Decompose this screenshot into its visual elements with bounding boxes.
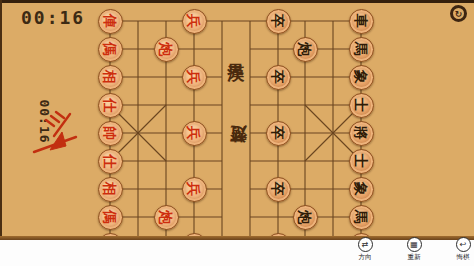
- piece-character: 相: [103, 182, 117, 196]
- flip-direction-button[interactable]: ⇄ 方向: [348, 237, 382, 262]
- piece-character: 仕: [103, 154, 117, 168]
- piece-black-horse[interactable]: 馬: [349, 205, 374, 230]
- piece-character: 卒: [271, 126, 285, 140]
- piece-black-horse[interactable]: 馬: [349, 37, 374, 62]
- piece-character: 車: [354, 14, 368, 28]
- piece-character: 炮: [298, 210, 312, 224]
- piece-character: 兵: [187, 182, 201, 196]
- piece-black-elephant[interactable]: 象: [349, 177, 374, 202]
- circular-arrow-icon: ↻: [455, 9, 463, 19]
- piece-character: 士: [354, 154, 368, 168]
- piece-black-advisor[interactable]: 士: [349, 149, 374, 174]
- piece-black-cannon[interactable]: 炮: [293, 37, 318, 62]
- piece-red-elephant[interactable]: 相: [98, 177, 123, 202]
- piece-red-soldier[interactable]: 兵: [182, 177, 207, 202]
- piece-red-cannon[interactable]: 炮: [154, 37, 179, 62]
- piece-red-soldier[interactable]: 兵: [182, 121, 207, 146]
- piece-character: 俥: [103, 14, 117, 28]
- piece-red-soldier[interactable]: 兵: [182, 9, 207, 34]
- hand-drawn-arrow-annotation: [26, 106, 86, 158]
- piece-character: 卒: [271, 182, 285, 196]
- piece-black-advisor[interactable]: 士: [349, 93, 374, 118]
- undo-move-label: 悔棋: [457, 253, 470, 262]
- swap-arrows-icon: ⇄: [362, 241, 369, 249]
- xiangqi-game-screen: 漢界 楚河 俥傌相仕帥仕相傌俥炮炮兵兵兵兵兵卒卒卒卒卒炮炮車馬象士將士象馬車 0…: [0, 0, 474, 266]
- piece-red-soldier[interactable]: 兵: [182, 65, 207, 90]
- restart-game-button[interactable]: ▦ 重新: [397, 237, 431, 262]
- piece-character: 傌: [103, 210, 117, 224]
- piece-character: 炮: [159, 210, 173, 224]
- piece-character: 相: [103, 70, 117, 84]
- timer-top-left: 00:16: [21, 7, 85, 28]
- piece-character: 馬: [354, 210, 368, 224]
- piece-character: 炮: [159, 42, 173, 56]
- piece-character: 傌: [103, 42, 117, 56]
- piece-black-soldier[interactable]: 卒: [266, 65, 291, 90]
- top-edge-border: [0, 0, 474, 3]
- piece-black-cannon[interactable]: 炮: [293, 205, 318, 230]
- piece-character: 象: [354, 182, 368, 196]
- piece-character: 士: [354, 98, 368, 112]
- piece-red-horse[interactable]: 傌: [98, 205, 123, 230]
- piece-character: 帥: [103, 126, 117, 140]
- piece-black-soldier[interactable]: 卒: [266, 177, 291, 202]
- piece-red-cannon[interactable]: 炮: [154, 205, 179, 230]
- piece-character: 卒: [271, 70, 285, 84]
- piece-character: 仕: [103, 98, 117, 112]
- piece-black-soldier[interactable]: 卒: [266, 9, 291, 34]
- piece-character: 卒: [271, 14, 285, 28]
- piece-character: 將: [354, 126, 368, 140]
- piece-character: 馬: [354, 42, 368, 56]
- piece-red-advisor[interactable]: 仕: [98, 93, 123, 118]
- flip-direction-label: 方向: [359, 253, 372, 262]
- grid-board-icon: ▦: [410, 241, 418, 249]
- undo-move-button[interactable]: ↩ 悔棋: [446, 237, 474, 262]
- board-area[interactable]: 漢界 楚河 俥傌相仕帥仕相傌俥炮炮兵兵兵兵兵卒卒卒卒卒炮炮車馬象士將士象馬車 0…: [0, 0, 474, 240]
- piece-red-horse[interactable]: 傌: [98, 37, 123, 62]
- undo-arrow-icon: ↩: [460, 241, 467, 249]
- piece-black-chariot[interactable]: 車: [349, 9, 374, 34]
- restart-icon[interactable]: ↻: [450, 5, 467, 22]
- piece-red-elephant[interactable]: 相: [98, 65, 123, 90]
- piece-character: 兵: [187, 126, 201, 140]
- piece-red-general[interactable]: 帥: [98, 121, 123, 146]
- piece-character: 炮: [298, 42, 312, 56]
- piece-black-elephant[interactable]: 象: [349, 65, 374, 90]
- piece-character: 象: [354, 70, 368, 84]
- piece-black-soldier[interactable]: 卒: [266, 121, 291, 146]
- bottom-toolbar: ⇄ 方向 ▦ 重新 ↩ 悔棋: [0, 240, 474, 266]
- piece-black-general[interactable]: 將: [349, 121, 374, 146]
- piece-red-advisor[interactable]: 仕: [98, 149, 123, 174]
- restart-game-label: 重新: [408, 253, 421, 262]
- piece-red-chariot[interactable]: 俥: [98, 9, 123, 34]
- piece-character: 兵: [187, 14, 201, 28]
- piece-character: 兵: [187, 70, 201, 84]
- left-edge-border: [0, 0, 2, 240]
